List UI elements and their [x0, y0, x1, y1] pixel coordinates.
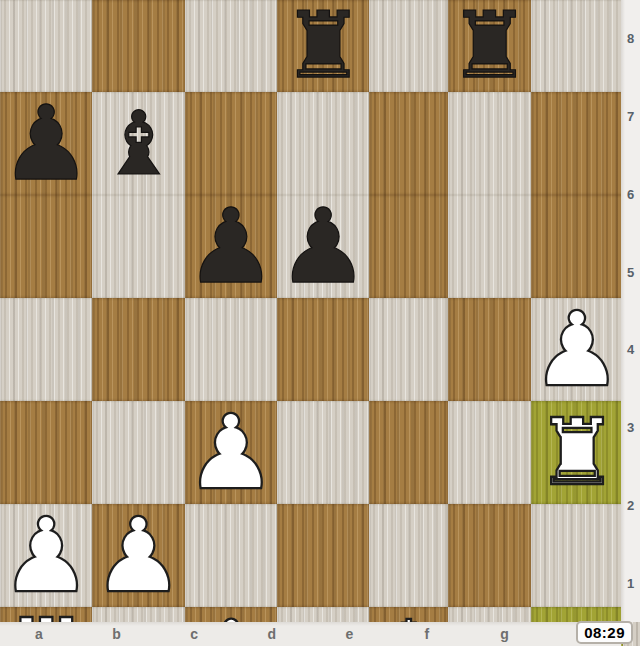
- file-label-f: f: [388, 622, 466, 646]
- square-a3[interactable]: [0, 401, 92, 504]
- square-b8[interactable]: [92, 0, 184, 92]
- file-label-e: e: [311, 622, 389, 646]
- rank-label-2: 2: [621, 467, 640, 545]
- square-e2[interactable]: [369, 504, 448, 607]
- square-b3[interactable]: [92, 401, 184, 504]
- file-label-g: g: [466, 622, 544, 646]
- square-d8[interactable]: ♜: [277, 0, 369, 92]
- square-a7[interactable]: ♟: [0, 92, 92, 195]
- clock: 08:29: [576, 621, 633, 644]
- black-pawn[interactable]: ♟: [277, 195, 369, 298]
- square-g2[interactable]: [531, 504, 623, 607]
- square-g7[interactable]: [531, 92, 623, 195]
- rank-coordinates: 87654321: [621, 0, 640, 622]
- square-d4[interactable]: [277, 298, 369, 401]
- file-coordinates: abcdefgh: [0, 622, 621, 646]
- clock-time: 08:29: [584, 624, 625, 641]
- square-a2[interactable]: ♟: [0, 504, 92, 607]
- chess-app: ♜♜♟♝♚♟♟♟♞♟♜♟♟♜♝♚ 87654321 abcdefgh 08:29: [0, 0, 640, 646]
- square-d3[interactable]: [277, 401, 369, 504]
- white-pawn[interactable]: ♟: [185, 401, 277, 504]
- square-c4[interactable]: [185, 298, 277, 401]
- square-g4[interactable]: ♟: [531, 298, 623, 401]
- white-pawn[interactable]: ♟: [531, 298, 623, 401]
- square-b7[interactable]: ♝: [92, 92, 184, 195]
- square-d7[interactable]: [277, 92, 369, 195]
- rank-label-3: 3: [621, 389, 640, 467]
- white-pawn[interactable]: ♟: [92, 504, 184, 607]
- rank-label-7: 7: [621, 78, 640, 156]
- square-a4[interactable]: [0, 298, 92, 401]
- rank-label-4: 4: [621, 311, 640, 389]
- square-e3[interactable]: [369, 401, 448, 504]
- black-rook[interactable]: ♜: [448, 0, 530, 92]
- file-label-c: c: [155, 622, 233, 646]
- square-f3[interactable]: [448, 401, 530, 504]
- white-rook[interactable]: ♜: [536, 407, 618, 499]
- rank-label-8: 8: [621, 0, 640, 78]
- square-e8[interactable]: [369, 0, 448, 92]
- square-f4[interactable]: [448, 298, 530, 401]
- square-e7[interactable]: [369, 92, 448, 195]
- square-c5[interactable]: ♟: [185, 195, 277, 298]
- rank-label-1: 1: [621, 544, 640, 622]
- rank-label-5: 5: [621, 233, 640, 311]
- square-f2[interactable]: [448, 504, 530, 607]
- square-a5[interactable]: [0, 195, 92, 298]
- square-c3[interactable]: ♟: [185, 401, 277, 504]
- rank-label-6: 6: [621, 156, 640, 234]
- square-g8[interactable]: [531, 0, 623, 92]
- black-rook[interactable]: ♜: [282, 0, 364, 92]
- square-d5[interactable]: ♟: [277, 195, 369, 298]
- chess-board: ♜♜♟♝♚♟♟♟♞♟♜♟♟♜♝♚: [0, 0, 621, 622]
- square-b4[interactable]: [92, 298, 184, 401]
- square-c2[interactable]: [185, 504, 277, 607]
- square-c7[interactable]: [185, 92, 277, 195]
- black-bishop[interactable]: ♝: [99, 100, 178, 188]
- square-e4[interactable]: [369, 298, 448, 401]
- square-f7[interactable]: [448, 92, 530, 195]
- square-a8[interactable]: [0, 0, 92, 92]
- black-pawn[interactable]: ♟: [0, 92, 92, 195]
- square-c8[interactable]: [185, 0, 277, 92]
- square-g5[interactable]: [531, 195, 623, 298]
- square-d2[interactable]: [277, 504, 369, 607]
- square-e5[interactable]: [369, 195, 448, 298]
- file-label-a: a: [0, 622, 78, 646]
- square-f5[interactable]: [448, 195, 530, 298]
- square-g3[interactable]: ♜: [531, 401, 623, 504]
- white-pawn[interactable]: ♟: [0, 504, 92, 607]
- file-label-b: b: [78, 622, 156, 646]
- square-f8[interactable]: ♜: [448, 0, 530, 92]
- square-b5[interactable]: [92, 195, 184, 298]
- black-pawn[interactable]: ♟: [185, 195, 277, 298]
- file-label-d: d: [233, 622, 311, 646]
- square-b2[interactable]: ♟: [92, 504, 184, 607]
